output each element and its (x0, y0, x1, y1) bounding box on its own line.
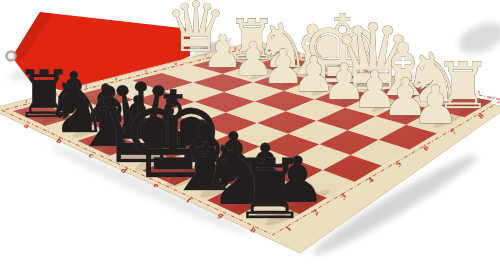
chess-set-scene: a1a1b2b2c3c3d4d4e5e5f6f6g7g7h8h8♛♜♞♟♝♟♚♟… (0, 0, 500, 267)
piece-white-pawn-h7: ♟ (412, 74, 459, 135)
grommet-hole (9, 54, 12, 57)
piece-black-rook-h1: ♜ (232, 141, 306, 238)
product-photo: a1a1b2b2c3c3d4d4e5e5f6f6g7g7h8h8♛♜♞♟♝♟♚♟… (0, 0, 500, 267)
